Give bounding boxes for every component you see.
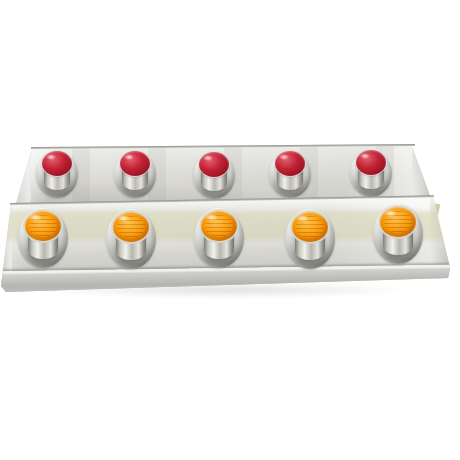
stage xyxy=(0,0,460,460)
rear-bar-right-end xyxy=(412,144,430,204)
rear-bar-left-end xyxy=(14,146,31,206)
rear-light-bar xyxy=(14,140,430,206)
front-light-bar xyxy=(0,192,452,294)
chrome-reflection xyxy=(14,140,430,206)
